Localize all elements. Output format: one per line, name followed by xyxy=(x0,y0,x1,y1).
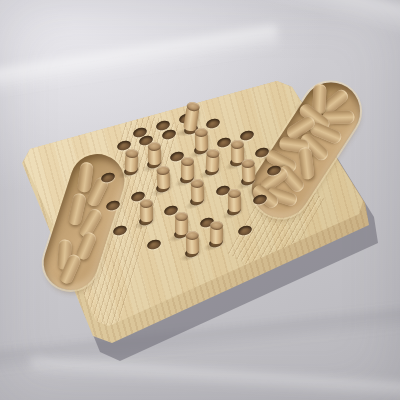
fabric-wrinkle xyxy=(239,0,400,44)
fabric-wrinkle xyxy=(30,357,400,400)
peg-r3c4[interactable] xyxy=(205,148,219,176)
peg-r2c1[interactable] xyxy=(124,148,138,176)
fabric-wrinkle xyxy=(0,25,280,98)
peg-top-face xyxy=(185,231,198,240)
peg-r6c3[interactable] xyxy=(209,220,222,247)
peg-top-face xyxy=(147,142,160,151)
peg-top-face xyxy=(139,199,152,208)
peg-r4c3[interactable] xyxy=(190,178,204,205)
peg-top-face xyxy=(227,189,240,198)
peg-r6c2[interactable] xyxy=(185,230,199,257)
peg-top-face xyxy=(230,140,243,149)
peg-top-face xyxy=(194,128,207,137)
peg-top-face xyxy=(181,157,194,166)
peg-top-face xyxy=(210,221,223,230)
peg-top-face xyxy=(190,179,203,188)
peg-r3c2[interactable] xyxy=(156,165,170,193)
peg-r4c5[interactable] xyxy=(241,158,255,186)
peg-r2c2[interactable] xyxy=(147,141,160,168)
photo-background xyxy=(0,0,400,400)
peg-r5c4[interactable] xyxy=(227,188,240,215)
peg-top-face xyxy=(175,212,188,221)
peg-r4c1[interactable] xyxy=(139,198,152,225)
